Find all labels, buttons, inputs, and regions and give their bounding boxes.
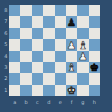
white-pawn[interactable]: ♟ [67,40,76,51]
rank-label-3: 3 [0,62,8,73]
square-g7[interactable] [77,16,88,27]
square-h2[interactable] [89,73,100,84]
square-b7[interactable] [20,16,31,27]
square-a6[interactable] [9,28,20,39]
square-b1[interactable] [20,85,31,96]
square-a3[interactable] [9,62,20,73]
square-a4[interactable] [9,51,20,62]
square-h1[interactable] [89,85,100,96]
square-h7[interactable] [89,16,100,27]
square-b8[interactable] [20,5,31,16]
square-h3[interactable]: ♚ [89,62,100,73]
square-h5[interactable] [89,39,100,50]
square-e3[interactable] [55,62,66,73]
file-label-h: h [89,96,100,108]
file-label-c: c [32,96,43,108]
file-label-b: b [20,96,31,108]
square-g6[interactable] [77,28,88,39]
square-e2[interactable] [55,73,66,84]
square-c2[interactable] [32,73,43,84]
rank-label-4: 4 [0,51,8,62]
black-pawn[interactable]: ♟ [67,17,76,28]
rank-labels-column: 87654321 [0,5,9,96]
file-labels-row: abcdefgh [9,96,100,108]
square-c8[interactable] [32,5,43,16]
square-f4[interactable] [66,51,77,62]
white-bishop[interactable]: ♝ [78,40,87,51]
square-c4[interactable] [32,51,43,62]
square-a7[interactable] [9,16,20,27]
file-label-a: a [9,96,20,108]
square-b5[interactable] [20,39,31,50]
rank-label-5: 5 [0,39,8,50]
square-b3[interactable] [20,62,31,73]
square-f2[interactable] [66,73,77,84]
square-c7[interactable] [32,16,43,27]
square-f8[interactable] [66,5,77,16]
file-label-g: g [77,96,88,108]
square-g2[interactable] [77,73,88,84]
square-a5[interactable] [9,39,20,50]
square-h4[interactable] [89,51,100,62]
square-g4[interactable]: ♟ [77,51,88,62]
square-b2[interactable] [20,73,31,84]
square-d4[interactable] [43,51,54,62]
square-b6[interactable] [20,28,31,39]
square-c6[interactable] [32,28,43,39]
square-e1[interactable] [55,85,66,96]
file-label-f: f [66,96,77,108]
square-f6[interactable] [66,28,77,39]
square-d6[interactable] [43,28,54,39]
square-e6[interactable] [55,28,66,39]
square-g3[interactable] [77,62,88,73]
file-label-d: d [43,96,54,108]
square-a2[interactable] [9,73,20,84]
square-a1[interactable] [9,85,20,96]
square-c3[interactable] [32,62,43,73]
rank-label-1: 1 [0,85,8,96]
square-g8[interactable] [77,5,88,16]
file-label-e: e [55,96,66,108]
square-h8[interactable] [89,5,100,16]
square-g1[interactable] [77,85,88,96]
chess-board-frame: 87654321 ♟♟♝♟♝♚♚ abcdefgh [0,0,112,112]
white-pawn[interactable]: ♟ [78,51,87,62]
square-d7[interactable] [43,16,54,27]
square-d5[interactable] [43,39,54,50]
rank-label-6: 6 [0,28,8,39]
square-e7[interactable] [55,16,66,27]
square-d2[interactable] [43,73,54,84]
square-d3[interactable] [43,62,54,73]
square-d8[interactable] [43,5,54,16]
square-f1[interactable]: ♚ [66,85,77,96]
square-c1[interactable] [32,85,43,96]
rank-label-2: 2 [0,73,8,84]
square-f7[interactable]: ♟ [66,16,77,27]
square-b4[interactable] [20,51,31,62]
square-d1[interactable] [43,85,54,96]
square-f3[interactable]: ♝ [66,62,77,73]
white-king[interactable]: ♚ [67,85,76,96]
square-c5[interactable] [32,39,43,50]
square-e4[interactable] [55,51,66,62]
black-king[interactable]: ♚ [90,62,99,73]
square-e8[interactable] [55,5,66,16]
rank-label-7: 7 [0,16,8,27]
chess-board: ♟♟♝♟♝♚♚ [9,5,100,96]
square-a8[interactable] [9,5,20,16]
white-bishop[interactable]: ♝ [67,62,76,73]
square-e5[interactable] [55,39,66,50]
rank-label-8: 8 [0,5,8,16]
square-h6[interactable] [89,28,100,39]
square-g5[interactable]: ♝ [77,39,88,50]
square-f5[interactable]: ♟ [66,39,77,50]
